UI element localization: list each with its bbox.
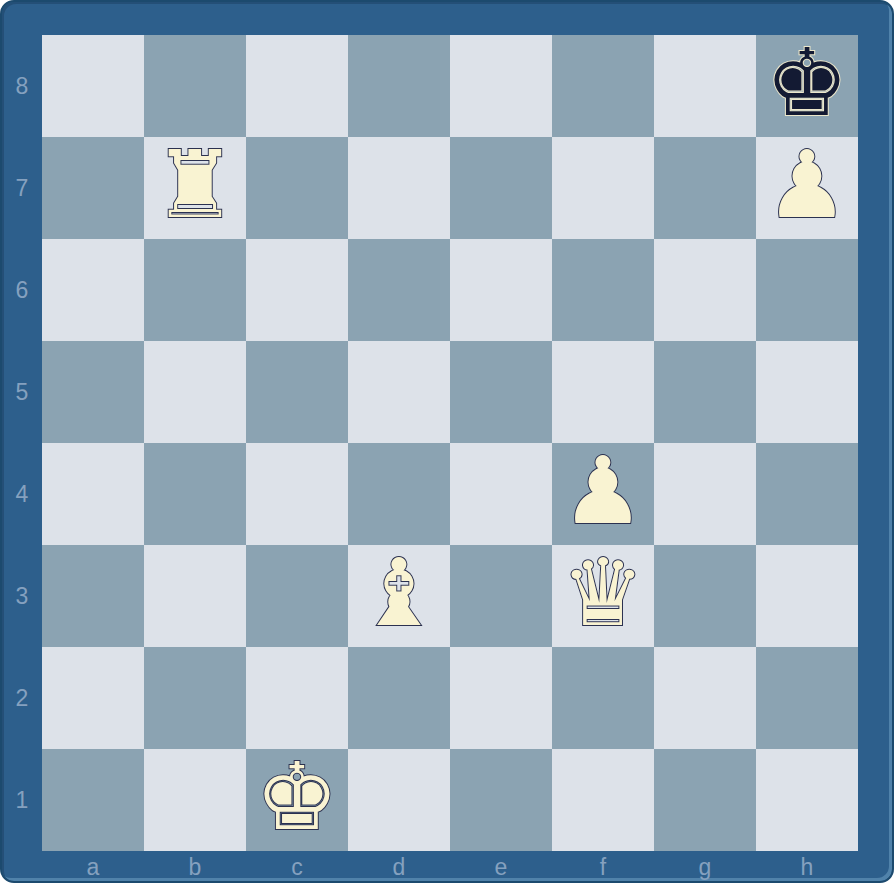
square-b1[interactable]	[144, 749, 246, 851]
square-d2[interactable]	[348, 647, 450, 749]
square-h6[interactable]	[756, 239, 858, 341]
square-b3[interactable]	[144, 545, 246, 647]
square-b4[interactable]	[144, 443, 246, 545]
white-pawn[interactable]: ♟	[561, 445, 644, 538]
square-a3[interactable]	[42, 545, 144, 647]
square-f7[interactable]	[552, 137, 654, 239]
square-b8[interactable]	[144, 35, 246, 137]
square-f4[interactable]: ♟	[552, 443, 654, 545]
square-e6[interactable]	[450, 239, 552, 341]
chess-diagram: ♚♜♟♟♝♛♚ 87654321 abcdefgh	[0, 0, 894, 883]
square-e3[interactable]	[450, 545, 552, 647]
rank-label-6: 6	[2, 239, 42, 341]
square-a4[interactable]	[42, 443, 144, 545]
white-pawn[interactable]: ♟	[765, 139, 848, 232]
square-h4[interactable]	[756, 443, 858, 545]
white-king[interactable]: ♚	[255, 751, 338, 844]
square-g6[interactable]	[654, 239, 756, 341]
square-e8[interactable]	[450, 35, 552, 137]
square-h8[interactable]: ♚	[756, 35, 858, 137]
square-h1[interactable]	[756, 749, 858, 851]
square-a5[interactable]	[42, 341, 144, 443]
square-g4[interactable]	[654, 443, 756, 545]
square-b2[interactable]	[144, 647, 246, 749]
file-label-g: g	[654, 851, 756, 883]
square-h2[interactable]	[756, 647, 858, 749]
square-f2[interactable]	[552, 647, 654, 749]
rank-label-5: 5	[2, 341, 42, 443]
rank-label-2: 2	[2, 647, 42, 749]
file-label-h: h	[756, 851, 858, 883]
white-bishop[interactable]: ♝	[357, 547, 440, 640]
square-f6[interactable]	[552, 239, 654, 341]
rank-label-8: 8	[2, 35, 42, 137]
square-c8[interactable]	[246, 35, 348, 137]
file-label-d: d	[348, 851, 450, 883]
square-e2[interactable]	[450, 647, 552, 749]
white-rook[interactable]: ♜	[153, 139, 236, 232]
square-h5[interactable]	[756, 341, 858, 443]
black-king[interactable]: ♚	[765, 37, 848, 130]
square-g2[interactable]	[654, 647, 756, 749]
square-f3[interactable]: ♛	[552, 545, 654, 647]
square-g1[interactable]	[654, 749, 756, 851]
white-queen[interactable]: ♛	[561, 547, 644, 640]
square-g5[interactable]	[654, 341, 756, 443]
square-g7[interactable]	[654, 137, 756, 239]
board-frame: ♚♜♟♟♝♛♚ 87654321 abcdefgh	[0, 0, 894, 883]
file-label-c: c	[246, 851, 348, 883]
square-e7[interactable]	[450, 137, 552, 239]
file-label-b: b	[144, 851, 246, 883]
square-h7[interactable]: ♟	[756, 137, 858, 239]
square-a7[interactable]	[42, 137, 144, 239]
square-g3[interactable]	[654, 545, 756, 647]
rank-label-7: 7	[2, 137, 42, 239]
square-f8[interactable]	[552, 35, 654, 137]
chess-board: ♚♜♟♟♝♛♚	[42, 35, 858, 851]
file-label-a: a	[42, 851, 144, 883]
square-d6[interactable]	[348, 239, 450, 341]
square-d5[interactable]	[348, 341, 450, 443]
square-c2[interactable]	[246, 647, 348, 749]
file-label-e: e	[450, 851, 552, 883]
square-a2[interactable]	[42, 647, 144, 749]
square-h3[interactable]	[756, 545, 858, 647]
square-c5[interactable]	[246, 341, 348, 443]
square-b7[interactable]: ♜	[144, 137, 246, 239]
rank-label-4: 4	[2, 443, 42, 545]
square-c6[interactable]	[246, 239, 348, 341]
square-a8[interactable]	[42, 35, 144, 137]
square-d3[interactable]: ♝	[348, 545, 450, 647]
square-b5[interactable]	[144, 341, 246, 443]
square-e1[interactable]	[450, 749, 552, 851]
rank-label-1: 1	[2, 749, 42, 851]
square-d4[interactable]	[348, 443, 450, 545]
square-a6[interactable]	[42, 239, 144, 341]
square-a1[interactable]	[42, 749, 144, 851]
square-d8[interactable]	[348, 35, 450, 137]
file-label-f: f	[552, 851, 654, 883]
square-e5[interactable]	[450, 341, 552, 443]
square-g8[interactable]	[654, 35, 756, 137]
square-d1[interactable]	[348, 749, 450, 851]
square-c7[interactable]	[246, 137, 348, 239]
square-b6[interactable]	[144, 239, 246, 341]
square-f5[interactable]	[552, 341, 654, 443]
square-f1[interactable]	[552, 749, 654, 851]
square-c4[interactable]	[246, 443, 348, 545]
square-c1[interactable]: ♚	[246, 749, 348, 851]
square-e4[interactable]	[450, 443, 552, 545]
square-c3[interactable]	[246, 545, 348, 647]
square-d7[interactable]	[348, 137, 450, 239]
rank-label-3: 3	[2, 545, 42, 647]
